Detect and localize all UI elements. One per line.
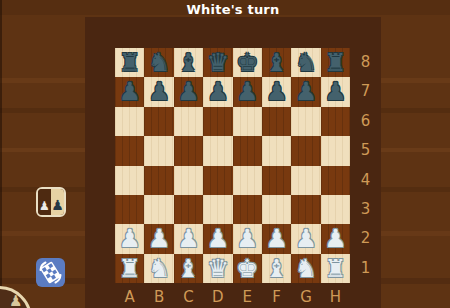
square-c1[interactable]: ♝ xyxy=(174,254,203,283)
square-b6[interactable] xyxy=(144,107,173,136)
file-labels: ABCDEFGH xyxy=(115,283,350,308)
rank-labels: 87654321 xyxy=(350,48,381,283)
black-rook[interactable]: ♜ xyxy=(115,48,144,77)
board-squares: ♜♞♝♛♚♝♞♜♟♟♟♟♟♟♟♟♟♟♟♟♟♟♟♟♜♞♝♛♚♝♞♜ xyxy=(115,48,350,283)
square-f2[interactable]: ♟ xyxy=(262,224,291,253)
white-pawn[interactable]: ♟ xyxy=(321,224,350,253)
square-e7[interactable]: ♟ xyxy=(233,77,262,106)
square-g8[interactable]: ♞ xyxy=(291,48,320,77)
black-rook[interactable]: ♜ xyxy=(321,48,350,77)
square-a2[interactable]: ♟ xyxy=(115,224,144,253)
square-e2[interactable]: ♟ xyxy=(233,224,262,253)
square-f4[interactable] xyxy=(262,166,291,195)
square-h2[interactable]: ♟ xyxy=(321,224,350,253)
square-h8[interactable]: ♜ xyxy=(321,48,350,77)
square-e8[interactable]: ♚ xyxy=(233,48,262,77)
square-d2[interactable]: ♟ xyxy=(203,224,232,253)
square-f7[interactable]: ♟ xyxy=(262,77,291,106)
square-b8[interactable]: ♞ xyxy=(144,48,173,77)
rank-label-5: 5 xyxy=(350,136,381,165)
square-a6[interactable] xyxy=(115,107,144,136)
black-pawn[interactable]: ♟ xyxy=(262,77,291,106)
rank-label-7: 7 xyxy=(350,77,381,106)
square-c6[interactable] xyxy=(174,107,203,136)
file-label-d: D xyxy=(203,283,232,308)
black-queen[interactable]: ♛ xyxy=(203,48,232,77)
square-b4[interactable] xyxy=(144,166,173,195)
rank-label-8: 8 xyxy=(350,48,381,77)
white-pawn[interactable]: ♟ xyxy=(291,224,320,253)
square-c5[interactable] xyxy=(174,136,203,165)
white-pawn[interactable]: ♟ xyxy=(203,224,232,253)
square-g3[interactable] xyxy=(291,195,320,224)
black-pawn[interactable]: ♟ xyxy=(203,77,232,106)
board-frame: ♜♞♝♛♚♝♞♜♟♟♟♟♟♟♟♟♟♟♟♟♟♟♟♟♜♞♝♛♚♝♞♜ 8765432… xyxy=(85,17,381,308)
square-a8[interactable]: ♜ xyxy=(115,48,144,77)
square-b3[interactable] xyxy=(144,195,173,224)
file-label-c: C xyxy=(174,283,203,308)
square-b7[interactable]: ♟ xyxy=(144,77,173,106)
white-rook[interactable]: ♜ xyxy=(115,254,144,283)
square-g7[interactable]: ♟ xyxy=(291,77,320,106)
app-background: White's turn ♜♞♝♛♚♝♞♜♟♟♟♟♟♟♟♟♟♟♟♟♟♟♟♟♜♞♝… xyxy=(0,0,450,308)
square-d8[interactable]: ♛ xyxy=(203,48,232,77)
square-h3[interactable] xyxy=(321,195,350,224)
white-king[interactable]: ♚ xyxy=(233,254,262,283)
black-pawn-icon: ♟ xyxy=(51,189,64,215)
square-e6[interactable] xyxy=(233,107,262,136)
white-rook[interactable]: ♜ xyxy=(321,254,350,283)
black-bishop[interactable]: ♝ xyxy=(174,48,203,77)
file-label-a: A xyxy=(115,283,144,308)
square-b5[interactable] xyxy=(144,136,173,165)
square-a3[interactable] xyxy=(115,195,144,224)
file-label-b: B xyxy=(144,283,173,308)
black-pawn[interactable]: ♟ xyxy=(115,77,144,106)
black-pawn[interactable]: ♟ xyxy=(291,77,320,106)
square-e5[interactable] xyxy=(233,136,262,165)
menu-knob[interactable]: ♟ xyxy=(0,286,32,308)
square-d3[interactable] xyxy=(203,195,232,224)
square-f6[interactable] xyxy=(262,107,291,136)
pawn-icon: ♟ xyxy=(9,292,22,308)
square-b2[interactable]: ♟ xyxy=(144,224,173,253)
white-pawn-icon: ♟ xyxy=(38,189,51,215)
square-h5[interactable] xyxy=(321,136,350,165)
flip-board-icon xyxy=(36,258,65,287)
file-label-g: G xyxy=(291,283,320,308)
black-pawn[interactable]: ♟ xyxy=(174,77,203,106)
square-d4[interactable] xyxy=(203,166,232,195)
square-d6[interactable] xyxy=(203,107,232,136)
square-c3[interactable] xyxy=(174,195,203,224)
file-label-e: E xyxy=(233,283,262,308)
square-h6[interactable] xyxy=(321,107,350,136)
square-a4[interactable] xyxy=(115,166,144,195)
square-h1[interactable]: ♜ xyxy=(321,254,350,283)
white-bishop[interactable]: ♝ xyxy=(262,254,291,283)
white-pawn[interactable]: ♟ xyxy=(233,224,262,253)
black-pawn[interactable]: ♟ xyxy=(233,77,262,106)
square-e3[interactable] xyxy=(233,195,262,224)
file-label-f: F xyxy=(262,283,291,308)
square-g4[interactable] xyxy=(291,166,320,195)
square-h4[interactable] xyxy=(321,166,350,195)
square-c4[interactable] xyxy=(174,166,203,195)
white-pawn[interactable]: ♟ xyxy=(174,224,203,253)
square-f5[interactable] xyxy=(262,136,291,165)
square-a7[interactable]: ♟ xyxy=(115,77,144,106)
square-a1[interactable]: ♜ xyxy=(115,254,144,283)
black-knight[interactable]: ♞ xyxy=(291,48,320,77)
square-f1[interactable]: ♝ xyxy=(262,254,291,283)
white-pawn[interactable]: ♟ xyxy=(115,224,144,253)
turn-indicator: White's turn xyxy=(85,2,381,17)
white-bishop[interactable]: ♝ xyxy=(174,254,203,283)
square-g2[interactable]: ♟ xyxy=(291,224,320,253)
rank-label-2: 2 xyxy=(350,224,381,253)
square-c2[interactable]: ♟ xyxy=(174,224,203,253)
white-pawn[interactable]: ♟ xyxy=(144,224,173,253)
rank-label-3: 3 xyxy=(350,195,381,224)
square-d1[interactable]: ♛ xyxy=(203,254,232,283)
file-label-h: H xyxy=(321,283,350,308)
rank-label-4: 4 xyxy=(350,166,381,195)
square-g1[interactable]: ♞ xyxy=(291,254,320,283)
square-e4[interactable] xyxy=(233,166,262,195)
square-d5[interactable] xyxy=(203,136,232,165)
white-knight[interactable]: ♞ xyxy=(291,254,320,283)
square-b1[interactable]: ♞ xyxy=(144,254,173,283)
square-a5[interactable] xyxy=(115,136,144,165)
square-d7[interactable]: ♟ xyxy=(203,77,232,106)
black-bishop[interactable]: ♝ xyxy=(262,48,291,77)
square-f3[interactable] xyxy=(262,195,291,224)
square-g5[interactable] xyxy=(291,136,320,165)
white-pawn[interactable]: ♟ xyxy=(262,224,291,253)
black-pawn[interactable]: ♟ xyxy=(321,77,350,106)
rank-label-6: 6 xyxy=(350,107,381,136)
square-c8[interactable]: ♝ xyxy=(174,48,203,77)
white-queen[interactable]: ♛ xyxy=(203,254,232,283)
square-h7[interactable]: ♟ xyxy=(321,77,350,106)
black-pawn[interactable]: ♟ xyxy=(144,77,173,106)
square-g6[interactable] xyxy=(291,107,320,136)
square-c7[interactable]: ♟ xyxy=(174,77,203,106)
square-e1[interactable]: ♚ xyxy=(233,254,262,283)
rank-label-1: 1 xyxy=(350,254,381,283)
piece-set-toggle-button[interactable]: ♟ ♟ xyxy=(36,187,66,217)
flip-board-button[interactable] xyxy=(36,258,65,287)
black-king[interactable]: ♚ xyxy=(233,48,262,77)
white-knight[interactable]: ♞ xyxy=(144,254,173,283)
black-knight[interactable]: ♞ xyxy=(144,48,173,77)
wood-grain-streak xyxy=(0,0,2,308)
square-f8[interactable]: ♝ xyxy=(262,48,291,77)
